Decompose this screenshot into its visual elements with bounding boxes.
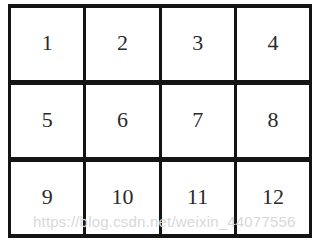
grid-cell-r1c3: 3 xyxy=(162,8,234,80)
grid-cell-r3c3: 11 xyxy=(162,162,234,234)
grid-cell-r3c2: 10 xyxy=(86,162,158,234)
grid-cell-r2c1: 5 xyxy=(11,85,83,157)
grid-cell-r3c4: 12 xyxy=(237,162,309,234)
grid-cell-r1c1: 1 xyxy=(11,8,83,80)
grid-cell-r2c3: 7 xyxy=(162,85,234,157)
grid-cell-r2c4: 8 xyxy=(237,85,309,157)
grid-cell-r1c4: 4 xyxy=(237,8,309,80)
grid-cell-r2c2: 6 xyxy=(86,85,158,157)
grid-cell-r3c1: 9 xyxy=(11,162,83,234)
number-grid-board: 1 2 3 4 5 6 7 8 9 10 11 12 xyxy=(8,4,312,238)
grid-cell-r1c2: 2 xyxy=(86,8,158,80)
page: 1 2 3 4 5 6 7 8 9 10 11 12 https://blog.… xyxy=(0,0,319,246)
